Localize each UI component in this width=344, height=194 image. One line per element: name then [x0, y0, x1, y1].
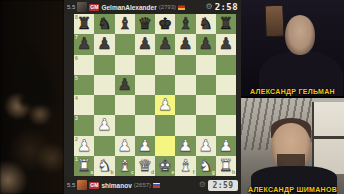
square-f1[interactable]: f♝	[175, 156, 195, 176]
bottom-player-bar: 5.5 GM shimanov (2657) ⚙ 2:59	[64, 176, 241, 194]
square-c3[interactable]	[115, 115, 135, 135]
white-pawn-c2: ♟	[115, 136, 135, 156]
square-a5[interactable]: 5	[74, 75, 94, 95]
white-pawn-e4: ♟	[155, 95, 175, 115]
square-b2[interactable]	[94, 136, 114, 156]
top-player-name[interactable]: GelmanAlexander	[101, 4, 156, 11]
square-b4[interactable]	[94, 95, 114, 115]
webcam-column: АЛЕКСАНДР ГЕЛЬМАН АЛЕКСАНДР ШИМАНОВ	[241, 0, 344, 194]
square-b7[interactable]: ♟	[94, 34, 114, 54]
rank-label-3: 3	[75, 116, 78, 121]
square-d1[interactable]: d♛	[135, 156, 155, 176]
webcam-top: АЛЕКСАНДР ГЕЛЬМАН	[241, 0, 344, 96]
white-knight-g1: ♞	[196, 156, 216, 176]
black-knight-g8: ♞	[196, 14, 216, 34]
square-g5[interactable]	[196, 75, 216, 95]
square-h4[interactable]	[216, 95, 236, 115]
webcam-top-photo	[241, 0, 344, 96]
square-h5[interactable]	[216, 75, 236, 95]
square-d8[interactable]: ♛	[135, 14, 155, 34]
square-e7[interactable]: ♟	[155, 34, 175, 54]
square-b5[interactable]	[94, 75, 114, 95]
white-pawn-b3: ♟	[94, 115, 114, 135]
black-pawn-g7: ♟	[196, 34, 216, 54]
bottom-player-flag-icon	[153, 183, 160, 188]
black-pawn-e7: ♟	[155, 34, 175, 54]
black-pawn-a7: ♟	[74, 34, 94, 54]
square-g8[interactable]: ♞	[196, 14, 216, 34]
settings-gear-icon[interactable]: ⚙	[206, 3, 213, 11]
black-bishop-c8: ♝	[115, 14, 135, 34]
knight-silhouette-icon: ♞	[0, 40, 70, 118]
bottom-player-score: 5.5	[67, 182, 75, 188]
rank-label-4: 4	[75, 96, 78, 101]
black-queen-d8: ♛	[135, 14, 155, 34]
square-c5[interactable]: ♟	[115, 75, 135, 95]
white-rook-a1: ♜	[74, 156, 94, 176]
bottom-player-rating: (2657)	[134, 182, 151, 188]
white-king-e1: ♚	[155, 156, 175, 176]
square-c8[interactable]: ♝	[115, 14, 135, 34]
black-pawn-h7: ♟	[216, 34, 236, 54]
square-d4[interactable]	[135, 95, 155, 115]
square-a8[interactable]: 8♜	[74, 14, 94, 34]
top-player-rating: (2793)	[159, 4, 176, 10]
white-pawn-h2: ♟	[216, 136, 236, 156]
top-player-score: 5.5	[67, 4, 75, 10]
square-h6[interactable]	[216, 55, 236, 75]
white-queen-d1: ♛	[135, 156, 155, 176]
webcam-bottom-caption: АЛЕКСАНДР ШИМАНОВ	[241, 186, 344, 193]
bottom-player-name[interactable]: shimanov	[101, 182, 131, 189]
square-h7[interactable]: ♟	[216, 34, 236, 54]
white-pawn-f2: ♟	[175, 136, 195, 156]
white-rook-h1: ♜	[216, 156, 236, 176]
black-king-e8: ♚	[155, 14, 175, 34]
square-c7[interactable]	[115, 34, 135, 54]
square-e5[interactable]	[155, 75, 175, 95]
square-e2[interactable]	[155, 136, 175, 156]
square-f3[interactable]	[175, 115, 195, 135]
square-c6[interactable]	[115, 55, 135, 75]
chess-app: 5.5 GM GelmanAlexander (2793) ⚙ 2:58 8♜♞…	[64, 0, 241, 194]
top-player-avatar[interactable]	[77, 2, 87, 12]
square-g6[interactable]	[196, 55, 216, 75]
square-g2[interactable]: ♟	[196, 136, 216, 156]
black-rook-a8: ♜	[74, 14, 94, 34]
square-g3[interactable]	[196, 115, 216, 135]
webcam-bottom-photo	[241, 98, 344, 194]
square-d2[interactable]: ♟	[135, 136, 155, 156]
rank-label-5: 5	[75, 76, 78, 81]
white-pawn-d2: ♟	[135, 136, 155, 156]
square-a7[interactable]: 7♟	[74, 34, 94, 54]
white-pawn-a2: ♟	[74, 136, 94, 156]
square-g4[interactable]	[196, 95, 216, 115]
square-h1[interactable]: h♜	[216, 156, 236, 176]
square-d3[interactable]	[135, 115, 155, 135]
square-f7[interactable]: ♟	[175, 34, 195, 54]
wall-poster	[264, 5, 284, 38]
square-e1[interactable]: e♚	[155, 156, 175, 176]
white-bishop-c1: ♝	[115, 156, 135, 176]
square-a4[interactable]: 4	[74, 95, 94, 115]
square-h8[interactable]: ♜	[216, 14, 236, 34]
square-b3[interactable]: ♟	[94, 115, 114, 135]
square-e6[interactable]	[155, 55, 175, 75]
square-e3[interactable]	[155, 115, 175, 135]
top-player-title-badge: GM	[89, 4, 99, 11]
square-d5[interactable]	[135, 75, 155, 95]
white-knight-b1: ♞	[94, 156, 114, 176]
chess-board[interactable]: 8♜♞♝♛♚♝♞♜7♟♟♟♟♟♟♟65♟4♟3♟2♟♟♟♟♟♟1a♜b♞c♝d♛…	[74, 14, 236, 176]
top-player-clock: 2:58	[215, 2, 238, 12]
square-d7[interactable]: ♟	[135, 34, 155, 54]
background-photo: ♞	[0, 0, 64, 194]
rank-label-6: 6	[75, 56, 78, 61]
white-pawn-g2: ♟	[196, 136, 216, 156]
square-g7[interactable]: ♟	[196, 34, 216, 54]
black-pawn-f7: ♟	[175, 34, 195, 54]
square-h2[interactable]: ♟	[216, 136, 236, 156]
stream-frame: ♞ 5.5 GM GelmanAlexander (2793) ⚙ 2:58 8…	[0, 0, 344, 194]
square-a1[interactable]: 1a♜	[74, 156, 94, 176]
bottom-player-avatar[interactable]	[77, 180, 87, 190]
black-bishop-f8: ♝	[175, 14, 195, 34]
black-rook-h8: ♜	[216, 14, 236, 34]
square-f2[interactable]: ♟	[175, 136, 195, 156]
square-f8[interactable]: ♝	[175, 14, 195, 34]
square-f4[interactable]	[175, 95, 195, 115]
square-b1[interactable]: b♞	[94, 156, 114, 176]
square-e4[interactable]: ♟	[155, 95, 175, 115]
settings-gear-icon-small[interactable]: ⚙	[199, 181, 206, 189]
square-f6[interactable]	[175, 55, 195, 75]
square-a2[interactable]: 2♟	[74, 136, 94, 156]
square-h3[interactable]	[216, 115, 236, 135]
top-person-head	[285, 15, 315, 55]
square-a3[interactable]: 3	[74, 115, 94, 135]
bottom-player-title-badge: GM	[89, 182, 99, 189]
square-b8[interactable]: ♞	[94, 14, 114, 34]
square-c4[interactable]	[115, 95, 135, 115]
square-c1[interactable]: c♝	[115, 156, 135, 176]
window	[312, 102, 344, 174]
webcam-top-caption: АЛЕКСАНДР ГЕЛЬМАН	[241, 88, 344, 95]
square-g1[interactable]: g♞	[196, 156, 216, 176]
white-bishop-f1: ♝	[175, 156, 195, 176]
webcam-bottom: АЛЕКСАНДР ШИМАНОВ	[241, 98, 344, 194]
square-d6[interactable]	[135, 55, 155, 75]
black-pawn-b7: ♟	[94, 34, 114, 54]
black-pawn-c5: ♟	[115, 75, 135, 95]
top-player-bar: 5.5 GM GelmanAlexander (2793) ⚙ 2:58	[64, 0, 241, 14]
black-pawn-d7: ♟	[135, 34, 155, 54]
bottom-player-clock: 2:59	[208, 180, 238, 191]
square-e8[interactable]: ♚	[155, 14, 175, 34]
black-knight-b8: ♞	[94, 14, 114, 34]
square-b6[interactable]	[94, 55, 114, 75]
top-player-flag-icon	[178, 5, 185, 10]
square-f5[interactable]	[175, 75, 195, 95]
square-a6[interactable]: 6	[74, 55, 94, 75]
square-c2[interactable]: ♟	[115, 136, 135, 156]
